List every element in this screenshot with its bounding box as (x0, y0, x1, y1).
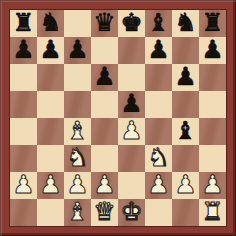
black-pawn: ♟ (12, 37, 34, 63)
square-g2[interactable]: ♟ (172, 172, 199, 199)
square-f1[interactable] (145, 199, 172, 226)
square-h8[interactable]: ♜ (199, 10, 226, 37)
black-pawn: ♟ (120, 91, 142, 117)
square-b8[interactable]: ♞ (37, 10, 64, 37)
square-d6[interactable]: ♟ (91, 64, 118, 91)
square-h7[interactable]: ♟ (199, 37, 226, 64)
square-e3[interactable] (118, 145, 145, 172)
square-f8[interactable]: ♝ (145, 10, 172, 37)
square-f3[interactable]: ♞ (145, 145, 172, 172)
white-knight: ♞ (147, 145, 169, 171)
black-bishop: ♝ (147, 10, 169, 36)
square-h1[interactable]: ♜ (199, 199, 226, 226)
black-knight: ♞ (39, 10, 61, 36)
black-pawn: ♟ (93, 64, 115, 90)
black-rook: ♜ (12, 10, 34, 36)
square-c7[interactable]: ♟ (64, 37, 91, 64)
white-bishop: ♝ (66, 118, 88, 144)
square-h3[interactable] (199, 145, 226, 172)
black-rook: ♜ (201, 10, 223, 36)
square-h5[interactable] (199, 91, 226, 118)
square-b5[interactable] (37, 91, 64, 118)
white-pawn: ♟ (93, 172, 115, 198)
square-a4[interactable] (10, 118, 37, 145)
square-h2[interactable]: ♟ (199, 172, 226, 199)
square-e4[interactable]: ♟ (118, 118, 145, 145)
white-queen: ♛ (93, 199, 115, 225)
square-c2[interactable]: ♟ (64, 172, 91, 199)
square-b3[interactable] (37, 145, 64, 172)
black-pawn: ♟ (147, 37, 169, 63)
square-a7[interactable]: ♟ (10, 37, 37, 64)
black-queen: ♛ (93, 10, 115, 36)
square-b1[interactable] (37, 199, 64, 226)
square-b6[interactable] (37, 64, 64, 91)
square-a5[interactable] (10, 91, 37, 118)
white-pawn: ♟ (174, 172, 196, 198)
black-pawn: ♟ (66, 37, 88, 63)
white-king: ♚ (120, 199, 142, 225)
black-knight: ♞ (174, 10, 196, 36)
square-c3[interactable]: ♞ (64, 145, 91, 172)
square-d3[interactable] (91, 145, 118, 172)
square-d4[interactable] (91, 118, 118, 145)
black-pawn: ♟ (39, 37, 61, 63)
white-pawn: ♟ (12, 172, 34, 198)
white-bishop: ♝ (66, 199, 88, 225)
square-f4[interactable] (145, 118, 172, 145)
chess-board: ♜♞♛♚♝♞♜♟♟♟♟♟♟♟♟♝♟♝♞♞♟♟♟♟♟♟♟♝♛♚♜ (10, 10, 226, 226)
square-b4[interactable] (37, 118, 64, 145)
square-h6[interactable] (199, 64, 226, 91)
square-c1[interactable]: ♝ (64, 199, 91, 226)
square-e7[interactable] (118, 37, 145, 64)
square-f2[interactable]: ♟ (145, 172, 172, 199)
square-e8[interactable]: ♚ (118, 10, 145, 37)
square-g6[interactable]: ♟ (172, 64, 199, 91)
square-h4[interactable] (199, 118, 226, 145)
square-g3[interactable] (172, 145, 199, 172)
square-e2[interactable] (118, 172, 145, 199)
white-knight: ♞ (66, 145, 88, 171)
black-bishop: ♝ (174, 118, 196, 144)
square-g8[interactable]: ♞ (172, 10, 199, 37)
square-c6[interactable] (64, 64, 91, 91)
square-d8[interactable]: ♛ (91, 10, 118, 37)
white-pawn: ♟ (39, 172, 61, 198)
black-king: ♚ (120, 10, 142, 36)
square-a1[interactable] (10, 199, 37, 226)
square-f5[interactable] (145, 91, 172, 118)
white-pawn: ♟ (147, 172, 169, 198)
square-f6[interactable] (145, 64, 172, 91)
black-pawn: ♟ (201, 37, 223, 63)
square-a2[interactable]: ♟ (10, 172, 37, 199)
square-g4[interactable]: ♝ (172, 118, 199, 145)
square-c8[interactable] (64, 10, 91, 37)
square-d2[interactable]: ♟ (91, 172, 118, 199)
square-a6[interactable] (10, 64, 37, 91)
square-b2[interactable]: ♟ (37, 172, 64, 199)
square-e6[interactable] (118, 64, 145, 91)
square-e1[interactable]: ♚ (118, 199, 145, 226)
square-f7[interactable]: ♟ (145, 37, 172, 64)
square-b7[interactable]: ♟ (37, 37, 64, 64)
square-a8[interactable]: ♜ (10, 10, 37, 37)
white-rook: ♜ (201, 199, 223, 225)
square-a3[interactable] (10, 145, 37, 172)
white-pawn: ♟ (66, 172, 88, 198)
square-d5[interactable] (91, 91, 118, 118)
square-c4[interactable]: ♝ (64, 118, 91, 145)
black-pawn: ♟ (174, 64, 196, 90)
square-d7[interactable] (91, 37, 118, 64)
square-c5[interactable] (64, 91, 91, 118)
white-pawn: ♟ (120, 118, 142, 144)
square-e5[interactable]: ♟ (118, 91, 145, 118)
white-pawn: ♟ (201, 172, 223, 198)
square-g7[interactable] (172, 37, 199, 64)
square-g1[interactable] (172, 199, 199, 226)
square-g5[interactable] (172, 91, 199, 118)
board-frame: ♜♞♛♚♝♞♜♟♟♟♟♟♟♟♟♝♟♝♞♞♟♟♟♟♟♟♟♝♛♚♜ (0, 0, 236, 236)
square-d1[interactable]: ♛ (91, 199, 118, 226)
